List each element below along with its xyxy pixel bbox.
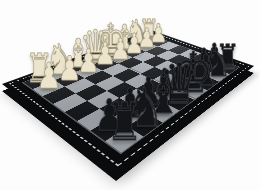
board-wrap [0, 0, 260, 190]
chess-set-photo: ♜♞♝♛♚♝♞♜♟♟♟♟♟♟♟♟♟♟♟♟♟♟♟♟♜♞♝♛♚♝♞♜ [0, 0, 260, 190]
